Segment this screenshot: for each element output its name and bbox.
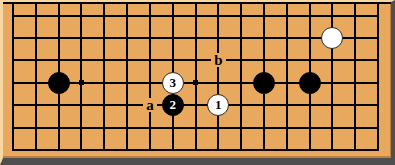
- board-intersection: [230, 49, 253, 71]
- board-intersection: [298, 72, 321, 94]
- board-intersection: [321, 4, 344, 26]
- board-intersection: [47, 72, 70, 94]
- board-intersection: [298, 116, 321, 138]
- board-intersection: [2, 116, 25, 138]
- board-intersection: [253, 72, 276, 94]
- board-intersection: [161, 139, 184, 161]
- board-intersection: [116, 49, 139, 71]
- board-intersection: [70, 94, 93, 116]
- go-board-grid: b3a21: [2, 4, 390, 161]
- board-intersection: [253, 27, 276, 49]
- board-intersection: [207, 139, 230, 161]
- board-intersection: [298, 139, 321, 161]
- board-intersection: [161, 4, 184, 26]
- board-intersection: [207, 4, 230, 26]
- board-intersection: [161, 27, 184, 49]
- board-intersection: [93, 4, 116, 26]
- board-intersection: [298, 4, 321, 26]
- board-intersection: [367, 27, 390, 49]
- board-intersection: [70, 4, 93, 26]
- go-board-frame: b3a21: [0, 0, 395, 165]
- black-stone: [299, 72, 321, 94]
- square-marker: [79, 80, 84, 85]
- board-intersection: [184, 49, 207, 71]
- board-intersection: [138, 4, 161, 26]
- black-stone: [48, 72, 70, 94]
- board-intersection: [367, 72, 390, 94]
- board-intersection: [47, 4, 70, 26]
- board-intersection: [116, 94, 139, 116]
- board-intersection: [2, 139, 25, 161]
- board-intersection: [184, 94, 207, 116]
- board-intersection: [2, 27, 25, 49]
- board-intersection: [184, 4, 207, 26]
- board-intersection: [253, 139, 276, 161]
- board-intersection: [230, 4, 253, 26]
- board-intersection: [321, 27, 344, 49]
- board-intersection: [161, 116, 184, 138]
- board-intersection: [138, 27, 161, 49]
- board-intersection: [24, 139, 47, 161]
- board-intersection: [47, 49, 70, 71]
- board-intersection: [2, 4, 25, 26]
- board-intersection: [47, 139, 70, 161]
- board-intersection: [184, 72, 207, 94]
- board-intersection: [344, 139, 367, 161]
- board-intersection: [93, 94, 116, 116]
- board-intersection: [93, 49, 116, 71]
- board-intersection: b: [207, 49, 230, 71]
- board-intersection: [344, 116, 367, 138]
- board-intersection: [116, 4, 139, 26]
- board-intersection: a: [138, 94, 161, 116]
- board-intersection: [321, 139, 344, 161]
- board-intersection: [184, 116, 207, 138]
- white-stone: [321, 27, 343, 49]
- board-intersection: [116, 139, 139, 161]
- board-intersection: [275, 27, 298, 49]
- black-stone: [253, 72, 275, 94]
- board-intersection: [47, 116, 70, 138]
- board-intersection: [321, 49, 344, 71]
- board-intersection: [24, 116, 47, 138]
- board-intersection: [93, 27, 116, 49]
- board-intersection: [367, 139, 390, 161]
- black-stone-move-2: 2: [162, 94, 184, 116]
- board-intersection: [321, 94, 344, 116]
- board-intersection: [138, 139, 161, 161]
- board-intersection: [230, 27, 253, 49]
- board-intersection: [2, 72, 25, 94]
- board-intersection: [321, 116, 344, 138]
- board-intersection: [275, 94, 298, 116]
- board-intersection: [275, 139, 298, 161]
- board-intersection: [275, 72, 298, 94]
- board-intersection: [207, 27, 230, 49]
- board-intersection: [275, 49, 298, 71]
- board-intersection: [230, 139, 253, 161]
- board-intersection: [116, 27, 139, 49]
- board-intersection: [47, 94, 70, 116]
- board-intersection: [70, 139, 93, 161]
- board-intersection: [24, 49, 47, 71]
- board-intersection: [47, 27, 70, 49]
- board-intersection: [367, 116, 390, 138]
- board-intersection: [138, 116, 161, 138]
- square-marker: [193, 80, 198, 85]
- board-intersection: [298, 27, 321, 49]
- board-intersection: [93, 72, 116, 94]
- point-label-a: a: [143, 98, 157, 112]
- board-intersection: [253, 94, 276, 116]
- board-intersection: [298, 94, 321, 116]
- board-intersection: [367, 49, 390, 71]
- board-intersection: [116, 116, 139, 138]
- board-intersection: [230, 94, 253, 116]
- board-intersection: [230, 72, 253, 94]
- board-intersection: [344, 49, 367, 71]
- board-intersection: 1: [207, 94, 230, 116]
- board-intersection: [116, 72, 139, 94]
- board-intersection: [230, 116, 253, 138]
- board-intersection: [24, 4, 47, 26]
- white-stone-move-3: 3: [162, 72, 184, 94]
- white-stone-move-1: 1: [207, 94, 229, 116]
- board-intersection: [344, 4, 367, 26]
- board-intersection: [275, 4, 298, 26]
- board-intersection: [275, 116, 298, 138]
- board-intersection: [2, 49, 25, 71]
- board-intersection: [24, 72, 47, 94]
- board-intersection: [207, 116, 230, 138]
- board-intersection: [253, 49, 276, 71]
- board-intersection: [138, 72, 161, 94]
- board-intersection: [70, 49, 93, 71]
- board-intersection: [207, 72, 230, 94]
- board-intersection: [70, 27, 93, 49]
- board-intersection: [93, 116, 116, 138]
- board-intersection: [344, 94, 367, 116]
- board-intersection: [24, 27, 47, 49]
- board-intersection: 3: [161, 72, 184, 94]
- board-intersection: [70, 116, 93, 138]
- board-intersection: [321, 72, 344, 94]
- board-intersection: [253, 4, 276, 26]
- board-intersection: [298, 49, 321, 71]
- board-intersection: [184, 27, 207, 49]
- board-intersection: [161, 49, 184, 71]
- board-intersection: [344, 72, 367, 94]
- board-intersection: [184, 139, 207, 161]
- board-intersection: [344, 27, 367, 49]
- board-intersection: [2, 94, 25, 116]
- board-intersection: 2: [161, 94, 184, 116]
- board-intersection: [367, 4, 390, 26]
- point-label-b: b: [211, 53, 225, 67]
- board-intersection: [70, 72, 93, 94]
- board-intersection: [367, 94, 390, 116]
- board-intersection: [93, 139, 116, 161]
- board-intersection: [24, 94, 47, 116]
- board-intersection: [253, 116, 276, 138]
- board-intersection: [138, 49, 161, 71]
